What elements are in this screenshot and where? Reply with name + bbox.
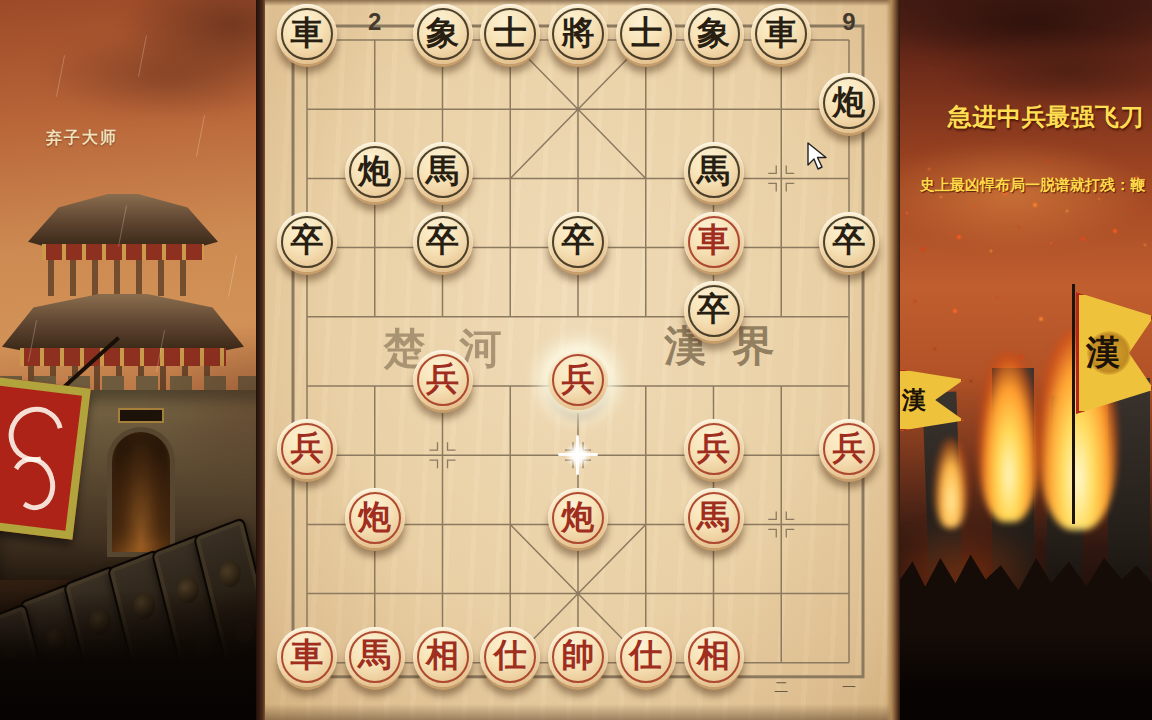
- red-piece-車[interactable]: 車: [684, 212, 744, 272]
- piece-character: 車: [291, 638, 324, 671]
- flag-character: 漢: [900, 384, 926, 416]
- black-piece-卒[interactable]: 卒: [684, 281, 744, 341]
- file-label-bottom-一: 一: [842, 679, 856, 697]
- fire-embers: [900, 0, 902, 2]
- piece-character: 將: [562, 16, 595, 49]
- red-piece-帥[interactable]: 帥: [548, 627, 608, 687]
- red-piece-兵[interactable]: 兵: [819, 419, 879, 479]
- piece-character: 兵: [426, 362, 459, 395]
- flag-character: 漢: [1079, 330, 1120, 376]
- piece-character: 卒: [833, 223, 866, 256]
- piece-character: 相: [697, 638, 730, 671]
- piece-character: 兵: [291, 431, 324, 464]
- black-piece-卒[interactable]: 卒: [548, 212, 608, 272]
- right-title-text: 急进中兵最强飞刀: [948, 101, 1144, 133]
- piece-character: 馬: [358, 638, 391, 671]
- black-piece-車[interactable]: 車: [277, 4, 337, 64]
- piece-character: 帥: [562, 638, 595, 671]
- red-piece-兵[interactable]: 兵: [413, 350, 473, 410]
- right-background-art: 漢 漢 急进中兵最强飞刀 史上最凶悍布局一脱谱就打残：鞭: [900, 0, 1152, 720]
- piece-character: 兵: [697, 431, 730, 464]
- piece-character: 相: [426, 638, 459, 671]
- piece-character: 仕: [629, 638, 662, 671]
- red-piece-仕[interactable]: 仕: [480, 627, 540, 687]
- red-piece-馬[interactable]: 馬: [684, 488, 744, 548]
- piece-character: 炮: [833, 85, 866, 118]
- rain-streak: [196, 115, 205, 156]
- red-piece-炮[interactable]: 炮: [548, 488, 608, 548]
- red-piece-兵[interactable]: 兵: [277, 419, 337, 479]
- red-piece-車[interactable]: 車: [277, 627, 337, 687]
- piece-character: 象: [697, 16, 730, 49]
- red-piece-兵[interactable]: 兵: [548, 350, 608, 410]
- piece-character: 卒: [562, 223, 595, 256]
- left-watermark-text: 弃子大师: [46, 128, 118, 149]
- cloud: [40, 30, 258, 120]
- piece-character: 炮: [358, 154, 391, 187]
- piece-character: 卒: [697, 292, 730, 325]
- black-piece-象[interactable]: 象: [684, 4, 744, 64]
- xiangqi-board[interactable]: 楚河漢界29二一車象士將士象車炮炮馬馬卒卒卒卒卒車兵兵兵兵兵炮炮馬車馬相仕帥仕相: [256, 0, 900, 720]
- black-piece-卒[interactable]: 卒: [413, 212, 473, 272]
- piece-character: 士: [494, 16, 527, 49]
- right-subtitle-text: 史上最凶悍布局一脱谱就打残：鞭: [920, 176, 1145, 195]
- gate-arch: [112, 432, 170, 552]
- piece-character: 馬: [426, 154, 459, 187]
- black-piece-象[interactable]: 象: [413, 4, 473, 64]
- piece-character: 炮: [358, 500, 391, 533]
- black-piece-卒[interactable]: 卒: [277, 212, 337, 272]
- piece-character: 炮: [562, 500, 595, 533]
- piece-character: 馬: [697, 500, 730, 533]
- black-piece-卒[interactable]: 卒: [819, 212, 879, 272]
- black-piece-將[interactable]: 將: [548, 4, 608, 64]
- piece-character: 卒: [426, 223, 459, 256]
- piece-character: 士: [629, 16, 662, 49]
- red-piece-相[interactable]: 相: [413, 627, 473, 687]
- file-label-bottom-二: 二: [774, 679, 788, 697]
- flag-pole: [1072, 284, 1075, 524]
- piece-character: 象: [426, 16, 459, 49]
- red-piece-炮[interactable]: 炮: [345, 488, 405, 548]
- black-piece-士[interactable]: 士: [616, 4, 676, 64]
- piece-character: 卒: [291, 223, 324, 256]
- black-piece-炮[interactable]: 炮: [819, 73, 879, 133]
- piece-character: 馬: [697, 154, 730, 187]
- piece-character: 仕: [494, 638, 527, 671]
- red-piece-相[interactable]: 相: [684, 627, 744, 687]
- black-piece-士[interactable]: 士: [480, 4, 540, 64]
- file-label-top-2: 2: [368, 8, 381, 36]
- piece-character: 車: [291, 16, 324, 49]
- piece-character: 車: [697, 223, 730, 256]
- black-piece-炮[interactable]: 炮: [345, 142, 405, 202]
- cloud: [900, 140, 1150, 250]
- flame: [934, 438, 968, 528]
- piece-character: 車: [765, 16, 798, 49]
- flame: [978, 352, 1040, 522]
- file-label-top-9: 9: [842, 8, 855, 36]
- screenshot-root: 弃子大师 漢 漢 急进中兵最强飞刀 史上最凶悍布局一脱谱就打残：鞭: [0, 0, 1152, 720]
- red-piece-仕[interactable]: 仕: [616, 627, 676, 687]
- black-piece-馬[interactable]: 馬: [684, 142, 744, 202]
- piece-character: 兵: [833, 431, 866, 464]
- piece-character: 兵: [562, 362, 595, 395]
- black-piece-車[interactable]: 車: [751, 4, 811, 64]
- black-piece-馬[interactable]: 馬: [413, 142, 473, 202]
- red-piece-兵[interactable]: 兵: [684, 419, 744, 479]
- left-background-art: 弃子大师: [0, 0, 258, 720]
- red-piece-馬[interactable]: 馬: [345, 627, 405, 687]
